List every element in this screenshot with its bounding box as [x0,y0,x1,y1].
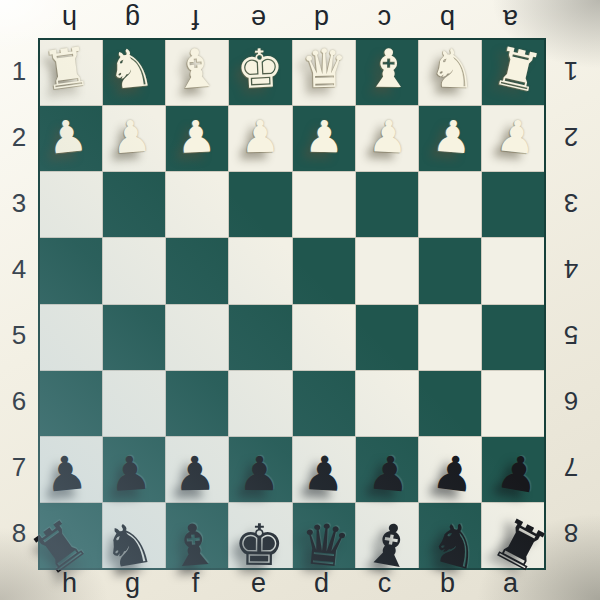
square-h3[interactable] [40,172,102,237]
square-f1[interactable]: ♝ [166,40,228,105]
square-g5[interactable] [103,305,165,370]
square-f6[interactable] [166,371,228,436]
square-g3[interactable] [103,172,165,237]
rank-label-left-4: 4 [0,236,38,302]
black-pawn: ♟ [302,449,347,498]
white-rook: ♜ [40,39,94,98]
square-g2[interactable]: ♟ [103,106,165,171]
white-pawn: ♟ [46,113,90,161]
rank-label-right-6: 6 [542,368,600,434]
square-f4[interactable] [166,238,228,303]
square-c6[interactable] [356,371,418,436]
rank-label-left-2: 2 [0,104,38,170]
square-f8[interactable]: ♝ [166,503,228,568]
vinyl-chess-mat: hgfedcba hgfedcba 12345678 12345678 ♜♞♝♚… [0,0,600,600]
rank-label-left-5: 5 [0,302,38,368]
white-rook: ♜ [489,38,547,100]
square-e6[interactable] [229,371,291,436]
square-e1[interactable]: ♚ [229,40,291,105]
square-e7[interactable]: ♟ [229,437,291,502]
white-bishop: ♝ [365,42,413,95]
white-king: ♚ [235,41,285,96]
square-b3[interactable] [419,172,481,237]
square-e2[interactable]: ♟ [229,106,291,171]
rank-label-left-6: 6 [0,368,38,434]
rank-label-right-2: 2 [542,104,600,170]
square-a6[interactable] [482,371,544,436]
square-a5[interactable] [482,305,544,370]
black-pawn: ♟ [173,449,216,497]
chess-board: ♜♞♝♚♛♝♞♜♟♟♟♟♟♟♟♟♟♟♟♟♟♟♟♟♜♞♝♚♛♝♞♜ [38,38,546,570]
square-e8[interactable]: ♚ [229,503,291,568]
square-a4[interactable] [482,238,544,303]
square-e3[interactable] [229,172,291,237]
square-d6[interactable] [293,371,355,436]
square-c1[interactable]: ♝ [356,40,418,105]
black-pawn: ♟ [238,449,281,497]
white-pawn: ♟ [367,114,408,160]
square-d5[interactable] [293,305,355,370]
black-pawn: ♟ [493,447,542,500]
square-e5[interactable] [229,305,291,370]
square-b5[interactable] [419,305,481,370]
square-e4[interactable] [229,238,291,303]
rank-label-right-7: 7 [542,434,600,500]
square-f7[interactable]: ♟ [166,437,228,502]
black-bishop: ♝ [166,515,221,576]
rank-label-left-3: 3 [0,170,38,236]
file-label-top-e: e [227,0,290,38]
square-h8[interactable]: ♜ [40,503,102,568]
black-rook: ♜ [485,508,557,582]
square-a8[interactable]: ♜ [482,503,544,568]
square-g7[interactable]: ♟ [103,437,165,502]
square-f3[interactable] [166,172,228,237]
rank-label-left-7: 7 [0,434,38,500]
square-c2[interactable]: ♟ [356,106,418,171]
black-pawn: ♟ [43,448,90,499]
black-knight: ♞ [98,513,158,578]
rank-labels-right: 12345678 [542,38,600,566]
black-rook: ♜ [22,509,97,585]
square-f2[interactable]: ♟ [166,106,228,171]
file-label-top-f: f [164,0,227,38]
rank-label-right-1: 1 [542,38,600,104]
black-knight: ♞ [424,511,488,580]
square-h4[interactable] [40,238,102,303]
white-queen: ♛ [300,42,349,96]
file-label-top-c: c [353,0,416,38]
square-a3[interactable] [482,172,544,237]
square-a2[interactable]: ♟ [482,106,544,171]
file-label-top-b: b [416,0,479,38]
square-b4[interactable] [419,238,481,303]
file-labels-top: hgfedcba [38,0,542,38]
black-king: ♚ [233,517,285,574]
square-d7[interactable]: ♟ [293,437,355,502]
square-h2[interactable]: ♟ [40,106,102,171]
square-d8[interactable]: ♛ [293,503,355,568]
square-h6[interactable] [40,371,102,436]
white-bishop: ♝ [170,40,221,96]
square-d4[interactable] [293,238,355,303]
file-label-top-h: h [38,0,101,38]
square-b7[interactable]: ♟ [419,437,481,502]
square-c5[interactable] [356,305,418,370]
rank-label-left-1: 1 [0,38,38,104]
white-pawn: ♟ [175,114,216,160]
square-b8[interactable]: ♞ [419,503,481,568]
file-label-top-g: g [101,0,164,38]
white-pawn: ♟ [240,114,280,159]
rank-label-right-5: 5 [542,302,600,368]
square-d2[interactable]: ♟ [293,106,355,171]
rank-labels-left: 12345678 [0,38,38,566]
square-a7[interactable]: ♟ [482,437,544,502]
square-c8[interactable]: ♝ [356,503,418,568]
rank-label-right-4: 4 [542,236,600,302]
square-c3[interactable] [356,172,418,237]
square-d1[interactable]: ♛ [293,40,355,105]
square-h5[interactable] [40,305,102,370]
square-a1[interactable]: ♜ [482,40,544,105]
square-c4[interactable] [356,238,418,303]
square-b1[interactable]: ♞ [419,40,481,105]
white-knight: ♞ [105,40,158,98]
file-label-top-d: d [290,0,353,38]
black-pawn: ♟ [366,448,412,499]
square-g1[interactable]: ♞ [103,40,165,105]
black-pawn: ♟ [108,449,153,498]
square-b2[interactable]: ♟ [419,106,481,171]
square-g8[interactable]: ♞ [103,503,165,568]
square-h1[interactable]: ♜ [40,40,102,105]
square-b6[interactable] [419,371,481,436]
square-h7[interactable]: ♟ [40,437,102,502]
square-g4[interactable] [103,238,165,303]
white-knight: ♞ [428,41,477,96]
square-g6[interactable] [103,371,165,436]
square-f5[interactable] [166,305,228,370]
black-pawn: ♟ [430,447,478,499]
black-bishop: ♝ [360,513,421,578]
file-label-top-a: a [479,0,542,38]
square-c7[interactable]: ♟ [356,437,418,502]
white-pawn: ♟ [431,113,474,160]
square-d3[interactable] [293,172,355,237]
white-pawn: ♟ [110,113,153,160]
white-pawn: ♟ [494,113,538,161]
rank-label-right-3: 3 [542,170,600,236]
white-pawn: ♟ [304,114,344,159]
black-queen: ♛ [297,515,353,577]
